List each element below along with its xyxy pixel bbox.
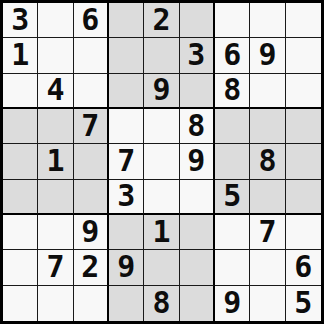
cell-r6c3[interactable] — [74, 180, 109, 215]
cell-r4c8[interactable] — [250, 109, 285, 144]
cell-r2c8[interactable]: 9 — [250, 38, 285, 73]
cell-r6c5[interactable] — [144, 180, 179, 215]
cell-r2c7[interactable]: 6 — [215, 38, 250, 73]
cell-r7c9[interactable] — [286, 215, 321, 250]
cell-r5c9[interactable] — [286, 144, 321, 179]
cell-r5c7[interactable] — [215, 144, 250, 179]
cell-r4c3[interactable]: 7 — [74, 109, 109, 144]
cell-r9c3[interactable] — [74, 286, 109, 321]
cell-r9c9[interactable]: 5 — [286, 286, 321, 321]
cell-r3c8[interactable] — [250, 74, 285, 109]
cell-r8c9[interactable]: 6 — [286, 250, 321, 285]
cell-r7c4[interactable] — [109, 215, 144, 250]
cell-r3c6[interactable] — [180, 74, 215, 109]
cell-r9c2[interactable] — [38, 286, 73, 321]
cell-r7c1[interactable] — [3, 215, 38, 250]
cell-r3c9[interactable] — [286, 74, 321, 109]
cell-r9c8[interactable] — [250, 286, 285, 321]
cell-r5c8[interactable]: 8 — [250, 144, 285, 179]
cell-r3c4[interactable] — [109, 74, 144, 109]
cell-r5c1[interactable] — [3, 144, 38, 179]
cell-r6c9[interactable] — [286, 180, 321, 215]
cell-r8c4[interactable]: 9 — [109, 250, 144, 285]
cell-r6c2[interactable] — [38, 180, 73, 215]
cell-r4c4[interactable] — [109, 109, 144, 144]
cell-r5c4[interactable]: 7 — [109, 144, 144, 179]
cell-r8c3[interactable]: 2 — [74, 250, 109, 285]
cell-r8c5[interactable] — [144, 250, 179, 285]
cell-r5c6[interactable]: 9 — [180, 144, 215, 179]
cell-r4c5[interactable] — [144, 109, 179, 144]
cell-r7c3[interactable]: 9 — [74, 215, 109, 250]
cell-r3c1[interactable] — [3, 74, 38, 109]
cell-r7c6[interactable] — [180, 215, 215, 250]
cell-r4c9[interactable] — [286, 109, 321, 144]
cell-r4c1[interactable] — [3, 109, 38, 144]
cell-r2c4[interactable] — [109, 38, 144, 73]
cell-r1c9[interactable] — [286, 3, 321, 38]
cell-r8c2[interactable]: 7 — [38, 250, 73, 285]
cell-r7c8[interactable]: 7 — [250, 215, 285, 250]
cell-r6c1[interactable] — [3, 180, 38, 215]
cell-r8c6[interactable] — [180, 250, 215, 285]
cell-r6c6[interactable] — [180, 180, 215, 215]
cell-r1c8[interactable] — [250, 3, 285, 38]
cell-r3c5[interactable]: 9 — [144, 74, 179, 109]
cell-r2c5[interactable] — [144, 38, 179, 73]
cell-r2c3[interactable] — [74, 38, 109, 73]
cell-r9c1[interactable] — [3, 286, 38, 321]
cell-r6c8[interactable] — [250, 180, 285, 215]
cell-r1c4[interactable] — [109, 3, 144, 38]
cell-r1c6[interactable] — [180, 3, 215, 38]
cell-r7c2[interactable] — [38, 215, 73, 250]
cell-r1c3[interactable]: 6 — [74, 3, 109, 38]
cell-r3c7[interactable]: 8 — [215, 74, 250, 109]
cell-r5c2[interactable]: 1 — [38, 144, 73, 179]
cell-r1c1[interactable]: 3 — [3, 3, 38, 38]
cell-r4c6[interactable]: 8 — [180, 109, 215, 144]
cell-r1c5[interactable]: 2 — [144, 3, 179, 38]
cell-r5c5[interactable] — [144, 144, 179, 179]
cell-r9c7[interactable]: 9 — [215, 286, 250, 321]
cell-r7c7[interactable] — [215, 215, 250, 250]
cell-r6c7[interactable]: 5 — [215, 180, 250, 215]
cell-r8c1[interactable] — [3, 250, 38, 285]
cell-r2c6[interactable]: 3 — [180, 38, 215, 73]
cell-r6c4[interactable]: 3 — [109, 180, 144, 215]
cell-r1c2[interactable] — [38, 3, 73, 38]
cell-r4c2[interactable] — [38, 109, 73, 144]
cell-r9c5[interactable]: 8 — [144, 286, 179, 321]
cell-r2c2[interactable] — [38, 38, 73, 73]
cell-r5c3[interactable] — [74, 144, 109, 179]
cell-r7c5[interactable]: 1 — [144, 215, 179, 250]
cell-r9c6[interactable] — [180, 286, 215, 321]
cell-r3c3[interactable] — [74, 74, 109, 109]
cell-r4c7[interactable] — [215, 109, 250, 144]
cell-r9c4[interactable] — [109, 286, 144, 321]
cell-r2c9[interactable] — [286, 38, 321, 73]
cell-r8c8[interactable] — [250, 250, 285, 285]
sudoku-board: 3621369498781798359177296895 — [0, 0, 324, 324]
cell-r1c7[interactable] — [215, 3, 250, 38]
cell-r8c7[interactable] — [215, 250, 250, 285]
cell-r2c1[interactable]: 1 — [3, 38, 38, 73]
cell-r3c2[interactable]: 4 — [38, 74, 73, 109]
